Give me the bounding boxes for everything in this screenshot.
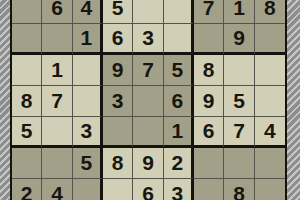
cell-r4c5[interactable]: 7 <box>133 55 163 86</box>
cell-r8c9[interactable] <box>255 179 285 200</box>
cell-r2c1[interactable] <box>12 0 42 24</box>
cell-r4c8[interactable] <box>224 55 254 86</box>
cell-r6c3[interactable]: 3 <box>73 117 103 148</box>
cell-r6c9[interactable]: 4 <box>255 117 285 148</box>
cell-r3c6[interactable] <box>164 24 194 55</box>
cell-r7c1[interactable] <box>12 148 42 179</box>
cell-r8c5[interactable]: 6 <box>133 179 163 200</box>
cell-r3c4[interactable]: 6 <box>103 24 133 55</box>
cell-r8c7[interactable] <box>194 179 224 200</box>
cell-r7c8[interactable] <box>224 148 254 179</box>
cell-r2c5[interactable] <box>133 0 163 24</box>
cell-r6c8[interactable]: 7 <box>224 117 254 148</box>
cell-r5c4[interactable]: 3 <box>103 86 133 117</box>
cell-r5c3[interactable] <box>73 86 103 117</box>
cell-r2c7[interactable]: 7 <box>194 0 224 24</box>
cell-r2c9[interactable]: 8 <box>255 0 285 24</box>
cell-r8c1[interactable]: 2 <box>12 179 42 200</box>
cell-r4c2[interactable]: 1 <box>42 55 72 86</box>
cell-r5c2[interactable]: 7 <box>42 86 72 117</box>
cell-r4c4[interactable]: 9 <box>103 55 133 86</box>
cell-r5c9[interactable] <box>255 86 285 117</box>
cell-r6c5[interactable] <box>133 117 163 148</box>
sudoku-board: 645718163919758873695531674589224638 <box>10 0 287 200</box>
cell-r6c1[interactable]: 5 <box>12 117 42 148</box>
cell-r2c2[interactable]: 6 <box>42 0 72 24</box>
cell-r7c3[interactable]: 5 <box>73 148 103 179</box>
cell-r3c2[interactable] <box>42 24 72 55</box>
cell-r4c7[interactable]: 8 <box>194 55 224 86</box>
cell-r3c5[interactable]: 3 <box>133 24 163 55</box>
cell-r3c1[interactable] <box>12 24 42 55</box>
cell-r5c5[interactable] <box>133 86 163 117</box>
cell-r4c6[interactable]: 5 <box>164 55 194 86</box>
cell-r8c4[interactable] <box>103 179 133 200</box>
cell-r2c4[interactable]: 5 <box>103 0 133 24</box>
cell-r8c3[interactable] <box>73 179 103 200</box>
cell-r5c7[interactable]: 9 <box>194 86 224 117</box>
cell-r3c3[interactable]: 1 <box>73 24 103 55</box>
cell-r6c2[interactable] <box>42 117 72 148</box>
cell-r7c7[interactable] <box>194 148 224 179</box>
cell-r4c3[interactable] <box>73 55 103 86</box>
cell-r2c6[interactable] <box>164 0 194 24</box>
cell-r2c8[interactable]: 1 <box>224 0 254 24</box>
cell-r7c6[interactable]: 2 <box>164 148 194 179</box>
cell-r8c8[interactable]: 8 <box>224 179 254 200</box>
cell-r5c6[interactable]: 6 <box>164 86 194 117</box>
cell-r7c4[interactable]: 8 <box>103 148 133 179</box>
cell-r3c8[interactable]: 9 <box>224 24 254 55</box>
cell-r7c2[interactable] <box>42 148 72 179</box>
cell-r4c1[interactable] <box>12 55 42 86</box>
cell-r7c5[interactable]: 9 <box>133 148 163 179</box>
cell-r3c9[interactable] <box>255 24 285 55</box>
cell-r5c1[interactable]: 8 <box>12 86 42 117</box>
cell-r5c8[interactable]: 5 <box>224 86 254 117</box>
cell-r4c9[interactable] <box>255 55 285 86</box>
cell-r6c4[interactable] <box>103 117 133 148</box>
cell-r6c7[interactable]: 6 <box>194 117 224 148</box>
cell-r2c3[interactable]: 4 <box>73 0 103 24</box>
cell-r6c6[interactable]: 1 <box>164 117 194 148</box>
cell-r3c7[interactable] <box>194 24 224 55</box>
cell-r7c9[interactable] <box>255 148 285 179</box>
cell-r8c2[interactable]: 4 <box>42 179 72 200</box>
window-background: 645718163919758873695531674589224638 <box>0 0 300 200</box>
cell-r8c6[interactable]: 3 <box>164 179 194 200</box>
